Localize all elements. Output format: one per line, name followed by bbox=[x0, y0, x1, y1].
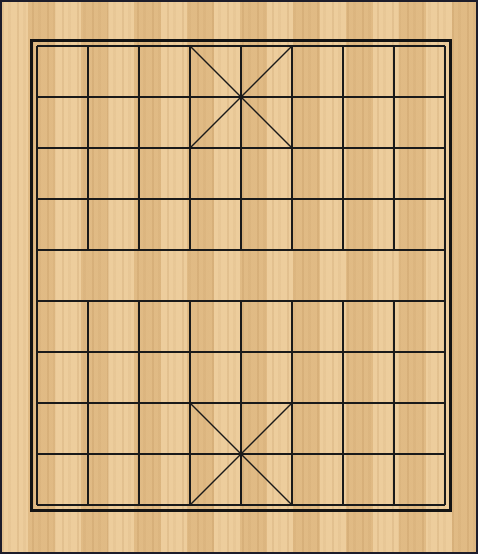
xiangqi-board bbox=[0, 0, 478, 554]
board-grid bbox=[2, 2, 478, 554]
